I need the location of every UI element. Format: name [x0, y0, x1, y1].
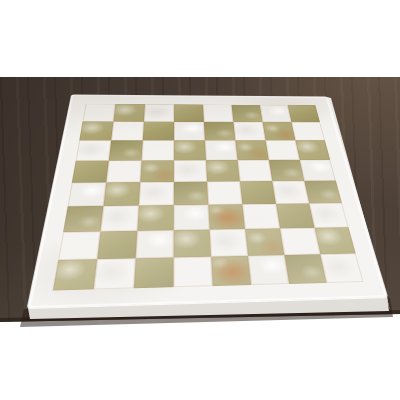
square-d7 — [174, 122, 205, 141]
square-b3 — [100, 206, 138, 232]
square-d2 — [174, 230, 211, 258]
square-b5 — [106, 161, 141, 183]
square-b4 — [103, 182, 140, 206]
square-g1 — [284, 254, 326, 284]
square-a3 — [63, 206, 103, 232]
square-g8 — [260, 105, 292, 122]
square-h7 — [291, 122, 324, 140]
square-b2 — [97, 231, 137, 259]
square-h8 — [288, 105, 320, 122]
square-d1 — [174, 257, 213, 288]
square-c4 — [139, 182, 174, 206]
square-b8 — [113, 104, 145, 122]
square-h3 — [309, 203, 348, 228]
square-a2 — [58, 231, 100, 260]
product-photo-scene — [0, 0, 400, 400]
square-c2 — [136, 230, 174, 258]
square-b6 — [109, 140, 143, 160]
square-f1 — [248, 255, 289, 285]
square-d8 — [174, 104, 204, 122]
square-a4 — [68, 182, 107, 206]
square-e8 — [203, 105, 233, 122]
square-h2 — [315, 227, 356, 254]
square-f6 — [235, 140, 268, 160]
square-e5 — [206, 160, 240, 182]
square-b1 — [94, 258, 136, 289]
square-g7 — [263, 122, 296, 140]
square-f2 — [245, 228, 284, 255]
square-b7 — [111, 122, 144, 141]
square-h6 — [295, 140, 330, 160]
square-h5 — [300, 160, 336, 181]
square-c7 — [143, 122, 174, 141]
square-a5 — [72, 161, 109, 183]
chess-board — [28, 95, 387, 308]
square-e2 — [210, 229, 248, 257]
square-a6 — [76, 140, 112, 160]
square-c8 — [144, 104, 174, 122]
square-g2 — [280, 228, 320, 255]
square-d5 — [174, 160, 207, 182]
square-e1 — [211, 256, 251, 286]
square-a7 — [79, 121, 113, 140]
square-f7 — [233, 122, 265, 140]
square-e4 — [207, 181, 242, 204]
square-c5 — [140, 160, 174, 182]
square-d4 — [174, 182, 208, 205]
square-a8 — [83, 104, 116, 122]
square-f8 — [232, 105, 263, 122]
square-g6 — [266, 140, 300, 160]
square-e6 — [205, 140, 238, 160]
square-d3 — [174, 205, 210, 231]
board-grid — [53, 104, 364, 291]
square-g5 — [269, 160, 304, 181]
square-g4 — [272, 181, 309, 204]
square-c1 — [134, 257, 174, 288]
square-h1 — [320, 253, 363, 282]
square-e7 — [204, 122, 236, 141]
square-f3 — [242, 204, 280, 229]
square-f5 — [238, 160, 273, 181]
square-g3 — [276, 203, 315, 228]
square-c6 — [142, 140, 174, 160]
square-e3 — [208, 204, 245, 229]
square-a1 — [53, 259, 97, 290]
square-c3 — [137, 205, 173, 231]
square-f4 — [240, 181, 276, 204]
square-d6 — [174, 140, 206, 160]
square-h4 — [304, 181, 342, 204]
